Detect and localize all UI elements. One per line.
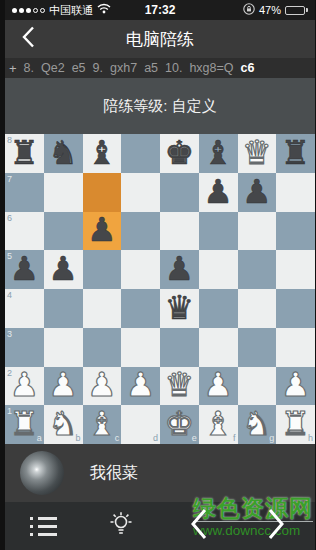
board-square[interactable] bbox=[276, 173, 315, 212]
player-bar: 我很菜 bbox=[5, 444, 315, 502]
board-square[interactable]: ♟5 bbox=[5, 250, 44, 289]
rank-label: 8 bbox=[7, 136, 12, 145]
piece-white-pawn: ♟ bbox=[126, 368, 156, 401]
board-square[interactable]: ♟ bbox=[199, 173, 238, 212]
board-square[interactable]: ♟ bbox=[121, 367, 160, 406]
board-square[interactable] bbox=[238, 289, 277, 328]
file-label: b bbox=[75, 434, 80, 443]
board-square[interactable]: 4 bbox=[5, 289, 44, 328]
piece-white-pawn: ♟ bbox=[48, 368, 78, 401]
board-square[interactable]: ♝f bbox=[199, 405, 238, 444]
board-square[interactable]: ♚ bbox=[160, 134, 199, 173]
rank-label: 5 bbox=[7, 252, 12, 261]
board-square[interactable] bbox=[44, 289, 83, 328]
move-token[interactable]: 8. bbox=[24, 61, 34, 75]
board-square[interactable] bbox=[44, 328, 83, 367]
rank-label: 3 bbox=[7, 330, 12, 339]
board-square[interactable]: ♟ bbox=[276, 367, 315, 406]
next-move-button[interactable] bbox=[238, 502, 316, 550]
board-square[interactable]: ♟ bbox=[160, 250, 199, 289]
piece-white-queen: ♛ bbox=[242, 136, 272, 169]
chevron-right-icon bbox=[266, 508, 286, 544]
file-label: c bbox=[115, 434, 120, 443]
file-label: h bbox=[308, 434, 313, 443]
rank-label: 2 bbox=[7, 369, 12, 378]
board-square[interactable] bbox=[238, 367, 277, 406]
piece-black-king: ♚ bbox=[165, 136, 195, 169]
board-square[interactable]: ♜ bbox=[276, 134, 315, 173]
board-square[interactable] bbox=[83, 173, 122, 212]
nav-bar: 电脑陪练 bbox=[5, 20, 315, 58]
board-square[interactable] bbox=[199, 289, 238, 328]
board-square[interactable] bbox=[83, 250, 122, 289]
piece-white-queen: ♛ bbox=[165, 368, 195, 401]
board-square[interactable] bbox=[160, 173, 199, 212]
piece-black-bishop: ♝ bbox=[87, 136, 117, 169]
piece-black-bishop: ♝ bbox=[203, 136, 233, 169]
battery-icon bbox=[285, 6, 308, 15]
piece-black-pawn: ♟ bbox=[87, 213, 117, 246]
move-list-button[interactable] bbox=[5, 502, 83, 550]
board-square[interactable] bbox=[83, 289, 122, 328]
board-square[interactable] bbox=[199, 328, 238, 367]
board-square[interactable]: ♛ bbox=[160, 289, 199, 328]
chevron-left-icon bbox=[189, 508, 209, 544]
orientation-lock-icon bbox=[243, 3, 255, 18]
board-square[interactable]: ♛ bbox=[160, 367, 199, 406]
board-square[interactable] bbox=[276, 250, 315, 289]
board-square[interactable] bbox=[121, 250, 160, 289]
board-square[interactable] bbox=[238, 212, 277, 251]
board-square[interactable]: ♝ bbox=[83, 134, 122, 173]
page-title: 电脑陪练 bbox=[5, 28, 315, 51]
board-square[interactable]: ♞b bbox=[44, 405, 83, 444]
board-square[interactable]: ♟ bbox=[83, 212, 122, 251]
board-square[interactable] bbox=[44, 173, 83, 212]
board-square[interactable] bbox=[83, 328, 122, 367]
piece-white-bishop: ♝ bbox=[203, 407, 233, 440]
board-square[interactable]: ♟ bbox=[44, 250, 83, 289]
rank-label: 1 bbox=[7, 407, 12, 416]
board-square[interactable] bbox=[160, 328, 199, 367]
move-token[interactable]: 10. bbox=[165, 61, 182, 75]
chevron-left-icon bbox=[22, 26, 35, 52]
piece-black-pawn: ♟ bbox=[203, 175, 233, 208]
board-square[interactable] bbox=[276, 212, 315, 251]
move-token[interactable]: hxg8=Q bbox=[189, 61, 233, 75]
board-square[interactable] bbox=[44, 212, 83, 251]
board-square[interactable] bbox=[276, 328, 315, 367]
move-token[interactable]: e5 bbox=[72, 61, 86, 75]
piece-black-pawn: ♟ bbox=[48, 252, 78, 285]
move-token[interactable]: c6 bbox=[241, 61, 255, 75]
piece-white-pawn: ♟ bbox=[10, 368, 40, 401]
back-button[interactable] bbox=[11, 20, 45, 58]
board-square[interactable]: ♟ bbox=[83, 367, 122, 406]
piece-black-rook: ♜ bbox=[281, 136, 311, 169]
piece-black-knight: ♞ bbox=[48, 136, 78, 169]
piece-white-pawn: ♟ bbox=[281, 368, 311, 401]
board-square[interactable]: ♝ bbox=[199, 134, 238, 173]
move-token[interactable]: gxh7 bbox=[110, 61, 137, 75]
piece-white-knight: ♞ bbox=[242, 407, 272, 440]
board-square[interactable]: ♝c bbox=[83, 405, 122, 444]
piece-white-pawn: ♟ bbox=[87, 368, 117, 401]
piece-white-rook: ♜ bbox=[281, 407, 311, 440]
board-square[interactable] bbox=[276, 289, 315, 328]
board-square[interactable]: ♜h bbox=[276, 405, 315, 444]
board-square[interactable]: ♚e bbox=[160, 405, 199, 444]
board-square[interactable]: 6 bbox=[5, 212, 44, 251]
status-bar: 中国联通 17:32 47% bbox=[5, 0, 315, 20]
board-square[interactable]: ♟ bbox=[44, 367, 83, 406]
board-square[interactable]: ♟ bbox=[199, 367, 238, 406]
piece-white-bishop: ♝ bbox=[87, 407, 117, 440]
move-token[interactable]: Qe2 bbox=[41, 61, 65, 75]
level-bar[interactable]: 陪练等级: 自定义 bbox=[5, 78, 315, 134]
board-square[interactable]: ♟ bbox=[238, 173, 277, 212]
board-square[interactable]: ♞ bbox=[44, 134, 83, 173]
board-square[interactable]: ♞g bbox=[238, 405, 277, 444]
hint-button[interactable] bbox=[83, 502, 161, 550]
piece-black-rook: ♜ bbox=[10, 136, 40, 169]
board-square[interactable] bbox=[199, 250, 238, 289]
move-list-bar: + 8.Qe2e59.gxh7a510.hxg8=Qc6 bbox=[5, 58, 315, 78]
board-square[interactable]: d bbox=[121, 405, 160, 444]
file-label: a bbox=[37, 434, 42, 443]
piece-white-pawn: ♟ bbox=[203, 368, 233, 401]
move-token[interactable]: a5 bbox=[144, 61, 158, 75]
app-screen: 中国联通 17:32 47% bbox=[5, 0, 315, 550]
lightbulb-icon bbox=[107, 510, 135, 542]
list-icon bbox=[30, 517, 57, 536]
piece-black-queen: ♛ bbox=[165, 291, 195, 324]
board-square[interactable] bbox=[160, 212, 199, 251]
previous-move-button[interactable] bbox=[160, 502, 238, 550]
board-square[interactable]: 3 bbox=[5, 328, 44, 367]
board-square[interactable] bbox=[121, 289, 160, 328]
board-square[interactable] bbox=[121, 173, 160, 212]
file-label: f bbox=[233, 434, 236, 443]
piece-white-king: ♚ bbox=[165, 407, 195, 440]
rank-label: 7 bbox=[7, 175, 12, 184]
board-square[interactable]: ♛ bbox=[238, 134, 277, 173]
level-label: 陪练等级: 自定义 bbox=[103, 97, 216, 116]
chess-board[interactable]: ♜8♞♝♚♝♛♜7♟♟6♟♟5♟♟4♛3♟2♟♟♟♛♟♟♜1a♞b♝cd♚e♝f… bbox=[5, 134, 315, 444]
piece-black-pawn: ♟ bbox=[242, 175, 272, 208]
board-square[interactable] bbox=[238, 250, 277, 289]
rank-label: 6 bbox=[7, 214, 12, 223]
piece-white-rook: ♜ bbox=[10, 407, 40, 440]
battery-percent: 47% bbox=[259, 4, 281, 16]
piece-white-knight: ♞ bbox=[48, 407, 78, 440]
avatar bbox=[20, 451, 64, 495]
board-square[interactable]: ♟2 bbox=[5, 367, 44, 406]
piece-black-pawn: ♟ bbox=[165, 252, 195, 285]
board-square[interactable] bbox=[199, 212, 238, 251]
board-square[interactable]: ♜1a bbox=[5, 405, 44, 444]
expand-moves-button[interactable]: + bbox=[9, 61, 17, 76]
piece-black-pawn: ♟ bbox=[10, 252, 40, 285]
player-name: 我很菜 bbox=[90, 463, 138, 484]
board-square[interactable] bbox=[121, 134, 160, 173]
file-label: e bbox=[192, 434, 197, 443]
move-token[interactable]: 9. bbox=[93, 61, 103, 75]
toolbar bbox=[5, 502, 315, 550]
file-label: d bbox=[153, 434, 158, 443]
board-square[interactable] bbox=[238, 328, 277, 367]
rank-label: 4 bbox=[7, 291, 12, 300]
board-square[interactable] bbox=[121, 212, 160, 251]
board-square[interactable]: ♜8 bbox=[5, 134, 44, 173]
board-square[interactable] bbox=[121, 328, 160, 367]
board-square[interactable]: 7 bbox=[5, 173, 44, 212]
file-label: g bbox=[269, 434, 274, 443]
